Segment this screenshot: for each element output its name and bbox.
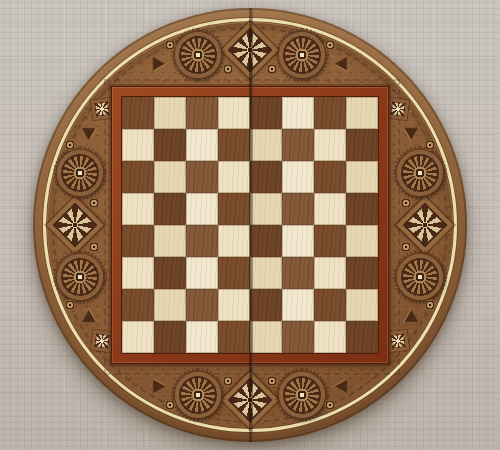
fold-seam: [249, 8, 253, 442]
rosette-icon: [175, 372, 221, 418]
square-d4[interactable]: [218, 225, 250, 257]
dot-icon: [164, 40, 175, 51]
square-f2[interactable]: [282, 289, 314, 321]
square-a4[interactable]: [122, 225, 154, 257]
square-c7[interactable]: [186, 129, 218, 161]
square-d8[interactable]: [218, 97, 250, 129]
square-d2[interactable]: [218, 289, 250, 321]
square-d6[interactable]: [218, 161, 250, 193]
square-b2[interactable]: [154, 289, 186, 321]
square-a8[interactable]: [122, 97, 154, 129]
square-b4[interactable]: [154, 225, 186, 257]
square-g5[interactable]: [314, 193, 346, 225]
square-a1[interactable]: [122, 321, 154, 353]
square-d5[interactable]: [218, 193, 250, 225]
dot-icon: [424, 300, 435, 311]
dot-icon: [325, 40, 336, 51]
square-h6[interactable]: [346, 161, 378, 193]
dot-icon: [223, 63, 234, 74]
square-g4[interactable]: [314, 225, 346, 257]
square-e6[interactable]: [250, 161, 282, 193]
square-d7[interactable]: [218, 129, 250, 161]
square-h7[interactable]: [346, 129, 378, 161]
square-h3[interactable]: [346, 257, 378, 289]
square-h5[interactable]: [346, 193, 378, 225]
diamond-small-icon: [387, 330, 409, 352]
dot-icon: [88, 241, 99, 252]
square-b5[interactable]: [154, 193, 186, 225]
dot-icon: [65, 300, 76, 311]
square-a7[interactable]: [122, 129, 154, 161]
fabric-surface: [0, 0, 500, 450]
square-g3[interactable]: [314, 257, 346, 289]
square-c4[interactable]: [186, 225, 218, 257]
dot-icon: [325, 399, 336, 410]
square-c2[interactable]: [186, 289, 218, 321]
square-f3[interactable]: [282, 257, 314, 289]
dot-icon: [164, 399, 175, 410]
square-e3[interactable]: [250, 257, 282, 289]
square-c1[interactable]: [186, 321, 218, 353]
square-a3[interactable]: [122, 257, 154, 289]
dot-icon: [88, 198, 99, 209]
square-g2[interactable]: [314, 289, 346, 321]
rosette-icon: [397, 254, 443, 300]
square-b3[interactable]: [154, 257, 186, 289]
rosette-icon: [175, 32, 221, 78]
square-h4[interactable]: [346, 225, 378, 257]
diamond-small-icon: [91, 98, 113, 120]
square-e1[interactable]: [250, 321, 282, 353]
dot-icon: [223, 376, 234, 387]
square-a6[interactable]: [122, 161, 154, 193]
chess-board: [33, 8, 467, 442]
square-f8[interactable]: [282, 97, 314, 129]
square-e8[interactable]: [250, 97, 282, 129]
square-e5[interactable]: [250, 193, 282, 225]
square-e2[interactable]: [250, 289, 282, 321]
square-b7[interactable]: [154, 129, 186, 161]
square-e7[interactable]: [250, 129, 282, 161]
dot-icon: [65, 139, 76, 150]
square-f7[interactable]: [282, 129, 314, 161]
square-d3[interactable]: [218, 257, 250, 289]
rosette-icon: [279, 372, 325, 418]
square-f6[interactable]: [282, 161, 314, 193]
dot-icon: [401, 241, 412, 252]
square-b6[interactable]: [154, 161, 186, 193]
square-c5[interactable]: [186, 193, 218, 225]
square-h2[interactable]: [346, 289, 378, 321]
square-g8[interactable]: [314, 97, 346, 129]
rosette-icon: [279, 32, 325, 78]
square-a5[interactable]: [122, 193, 154, 225]
square-e4[interactable]: [250, 225, 282, 257]
square-f4[interactable]: [282, 225, 314, 257]
square-g1[interactable]: [314, 321, 346, 353]
square-c8[interactable]: [186, 97, 218, 129]
rosette-icon: [57, 254, 103, 300]
dot-icon: [401, 198, 412, 209]
square-h8[interactable]: [346, 97, 378, 129]
square-c3[interactable]: [186, 257, 218, 289]
square-g7[interactable]: [314, 129, 346, 161]
square-c6[interactable]: [186, 161, 218, 193]
square-b1[interactable]: [154, 321, 186, 353]
square-f1[interactable]: [282, 321, 314, 353]
square-a2[interactable]: [122, 289, 154, 321]
square-d1[interactable]: [218, 321, 250, 353]
rosette-icon: [397, 150, 443, 196]
square-h1[interactable]: [346, 321, 378, 353]
dot-icon: [424, 139, 435, 150]
diamond-small-icon: [387, 98, 409, 120]
dot-icon: [266, 63, 277, 74]
square-b8[interactable]: [154, 97, 186, 129]
dot-icon: [266, 376, 277, 387]
square-g6[interactable]: [314, 161, 346, 193]
square-f5[interactable]: [282, 193, 314, 225]
diamond-small-icon: [91, 330, 113, 352]
rosette-icon: [57, 150, 103, 196]
